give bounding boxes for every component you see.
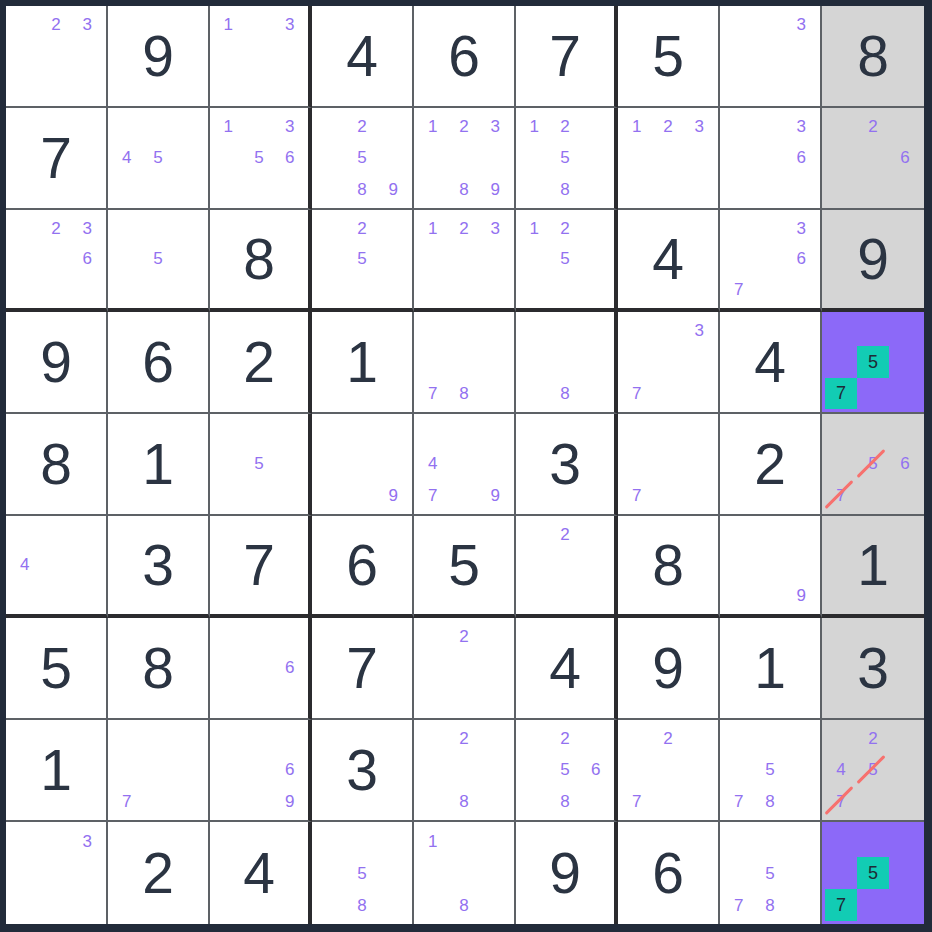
candidate-empty	[9, 580, 40, 611]
candidate-empty	[652, 346, 683, 377]
cell-r7c5[interactable]: 2	[414, 618, 516, 720]
candidate-empty	[889, 378, 921, 409]
candidate-grid: 3	[720, 6, 820, 106]
cell-r9c2[interactable]: 2	[108, 822, 210, 924]
candidate-empty	[417, 244, 448, 275]
cell-r2c8[interactable]: 36	[720, 108, 822, 210]
cell-value: 6	[618, 822, 718, 924]
candidate-grid: 123	[414, 210, 514, 308]
candidate-empty	[244, 40, 275, 71]
candidate-empty	[448, 142, 479, 173]
cell-value: 1	[108, 414, 208, 514]
candidate-empty	[448, 857, 479, 889]
cell-r6c8[interactable]: 9	[720, 516, 822, 618]
candidate-2: 2	[550, 213, 581, 244]
candidate-empty	[174, 786, 205, 817]
candidate-empty	[315, 825, 346, 857]
cell-r4c5[interactable]: 78	[414, 312, 516, 414]
candidate-6: 6	[274, 142, 305, 173]
candidate-grid: 23	[6, 6, 106, 106]
candidate-grid: 78	[414, 312, 514, 412]
candidate-7: 7	[825, 889, 857, 921]
candidate-empty	[621, 448, 652, 479]
candidate-2: 2	[346, 213, 377, 244]
cell-r2c9[interactable]: 26	[822, 108, 924, 210]
cell-r8c1[interactable]: 1	[6, 720, 108, 822]
candidate-empty	[652, 786, 683, 817]
candidate-7: 7	[417, 378, 448, 409]
candidate-grid: 57	[822, 312, 924, 412]
cell-r2c6[interactable]: 1258	[516, 108, 618, 210]
cell-value: 4	[618, 210, 718, 308]
candidate-1: 1	[213, 9, 244, 40]
candidate-2: 2	[857, 723, 889, 754]
cell-r3c5[interactable]: 123	[414, 210, 516, 312]
candidate-2: 2	[448, 213, 479, 244]
candidate-empty	[346, 274, 377, 305]
candidate-empty	[274, 174, 305, 205]
cell-value: 8	[210, 210, 308, 308]
cell-r7c6[interactable]: 4	[516, 618, 618, 720]
candidate-9: 9	[480, 480, 511, 511]
candidate-empty	[580, 142, 611, 173]
cell-r7c4[interactable]: 7	[312, 618, 414, 720]
candidate-empty	[786, 825, 817, 857]
candidate-empty	[244, 684, 275, 715]
candidate-empty	[889, 315, 921, 346]
candidate-empty	[142, 274, 173, 305]
candidate-9: 9	[274, 786, 305, 817]
cell-r9c3[interactable]: 4	[210, 822, 312, 924]
candidate-empty	[448, 417, 479, 448]
candidate-empty	[9, 72, 40, 103]
cell-r2c3[interactable]: 1356	[210, 108, 312, 210]
candidate-8: 8	[448, 889, 479, 921]
candidate-grid: 367	[720, 210, 820, 308]
candidate-8: 8	[448, 786, 479, 817]
candidate-empty	[378, 857, 409, 889]
cell-r8c8[interactable]: 578	[720, 720, 822, 822]
candidate-empty	[213, 786, 244, 817]
candidate-3: 3	[786, 9, 817, 40]
cell-r1c4[interactable]: 4	[312, 6, 414, 108]
candidate-empty	[417, 754, 448, 785]
cell-r1c3[interactable]: 13	[210, 6, 312, 108]
candidate-empty	[754, 213, 785, 244]
candidate-empty	[417, 417, 448, 448]
candidate-empty	[480, 825, 511, 857]
cell-r5c5[interactable]: 479	[414, 414, 516, 516]
cell-r3c3[interactable]: 8	[210, 210, 312, 312]
candidate-empty	[40, 274, 71, 305]
cell-r5c8[interactable]: 2	[720, 414, 822, 516]
candidate-grid: 123	[618, 108, 718, 208]
cell-r4c4[interactable]: 1	[312, 312, 414, 414]
candidate-empty	[111, 111, 142, 142]
candidate-empty	[857, 786, 889, 817]
candidate-empty	[448, 754, 479, 785]
cell-r7c8[interactable]: 1	[720, 618, 822, 720]
candidate-empty	[40, 550, 71, 581]
cell-r6c1[interactable]: 4	[6, 516, 108, 618]
candidate-empty	[274, 448, 305, 479]
candidate-empty	[174, 274, 205, 305]
candidate-empty	[72, 274, 103, 305]
candidate-empty	[786, 519, 817, 550]
candidate-empty	[519, 244, 550, 275]
cell-r9c9[interactable]: 57	[822, 822, 924, 924]
cell-r5c7[interactable]: 7	[618, 414, 720, 516]
candidate-empty	[417, 684, 448, 715]
cell-value: 8	[6, 414, 106, 514]
candidate-6: 6	[72, 244, 103, 275]
candidate-empty	[825, 723, 857, 754]
candidate-empty	[684, 754, 715, 785]
cell-value: 8	[618, 516, 718, 614]
candidate-empty	[825, 142, 857, 173]
cell-r8c3[interactable]: 69	[210, 720, 312, 822]
candidate-empty	[519, 580, 550, 611]
cell-r5c2[interactable]: 1	[108, 414, 210, 516]
candidate-empty	[580, 111, 611, 142]
cell-value: 9	[516, 822, 614, 924]
candidate-empty	[417, 174, 448, 205]
candidate-5: 5	[346, 857, 377, 889]
candidate-empty	[9, 274, 40, 305]
candidate-empty	[111, 213, 142, 244]
candidate-empty	[621, 754, 652, 785]
cell-value: 5	[618, 6, 718, 106]
cell-r7c7[interactable]: 9	[618, 618, 720, 720]
cell-r4c1[interactable]: 9	[6, 312, 108, 414]
candidate-empty	[754, 550, 785, 581]
cell-value: 4	[720, 312, 820, 412]
candidate-empty	[519, 174, 550, 205]
candidate-8: 8	[550, 174, 581, 205]
cell-value: 7	[6, 108, 106, 208]
candidate-empty	[723, 723, 754, 754]
candidate-empty	[315, 274, 346, 305]
candidate-empty	[174, 213, 205, 244]
candidate-grid: 3	[6, 822, 106, 924]
candidate-empty	[244, 723, 275, 754]
cell-r8c4[interactable]: 3	[312, 720, 414, 822]
candidate-empty	[754, 723, 785, 754]
candidate-empty	[889, 346, 921, 377]
cell-r4c6[interactable]: 8	[516, 312, 618, 414]
candidate-empty	[9, 213, 40, 244]
candidate-9: 9	[378, 174, 409, 205]
candidate-empty	[786, 889, 817, 921]
candidate-empty	[723, 580, 754, 611]
cell-r8c9[interactable]: 2457	[822, 720, 924, 822]
candidate-empty	[448, 346, 479, 377]
cell-r3c6[interactable]: 125	[516, 210, 618, 312]
candidate-empty	[519, 550, 550, 581]
cell-r1c2[interactable]: 9	[108, 6, 210, 108]
candidate-empty	[213, 621, 244, 652]
candidate-empty	[9, 889, 40, 921]
cell-r4c8[interactable]: 4	[720, 312, 822, 414]
candidate-empty	[111, 723, 142, 754]
cell-r3c8[interactable]: 367	[720, 210, 822, 312]
cell-value: 9	[108, 6, 208, 106]
candidate-6: 6	[889, 142, 921, 173]
candidate-2: 2	[40, 213, 71, 244]
candidate-empty	[519, 754, 550, 785]
candidate-empty	[315, 111, 346, 142]
cell-r9c4[interactable]: 58	[312, 822, 414, 924]
candidate-empty	[825, 417, 857, 448]
candidate-empty	[580, 315, 611, 346]
candidate-7: 7	[723, 786, 754, 817]
candidate-2: 2	[346, 111, 377, 142]
candidate-empty	[40, 580, 71, 611]
cell-r6c4[interactable]: 6	[312, 516, 414, 618]
candidate-empty	[40, 825, 71, 857]
candidate-2: 2	[652, 111, 683, 142]
candidate-empty	[244, 652, 275, 683]
candidate-3: 3	[72, 213, 103, 244]
candidate-empty	[72, 580, 103, 611]
candidate-empty	[754, 72, 785, 103]
cell-r5c9[interactable]: 567	[822, 414, 924, 516]
candidate-empty	[315, 889, 346, 921]
cell-r7c3[interactable]: 6	[210, 618, 312, 720]
cell-value: 3	[516, 414, 614, 514]
candidate-empty	[142, 723, 173, 754]
candidate-empty	[174, 174, 205, 205]
candidate-empty	[244, 621, 275, 652]
candidate-empty	[72, 519, 103, 550]
candidate-empty	[857, 889, 889, 921]
cell-r2c2[interactable]: 45	[108, 108, 210, 210]
cell-r4c7[interactable]: 37	[618, 312, 720, 414]
candidate-empty	[519, 786, 550, 817]
candidate-8: 8	[448, 174, 479, 205]
candidate-empty	[448, 315, 479, 346]
candidate-empty	[315, 417, 346, 448]
candidate-empty	[9, 857, 40, 889]
candidate-empty	[72, 550, 103, 581]
cell-r9c5[interactable]: 18	[414, 822, 516, 924]
cell-r4c2[interactable]: 6	[108, 312, 210, 414]
cell-r3c9[interactable]: 9	[822, 210, 924, 312]
cell-r7c2[interactable]: 8	[108, 618, 210, 720]
candidate-empty	[72, 72, 103, 103]
candidate-empty	[621, 723, 652, 754]
candidate-empty	[480, 448, 511, 479]
candidate-6: 6	[786, 244, 817, 275]
candidate-empty	[580, 519, 611, 550]
candidate-empty	[417, 652, 448, 683]
cell-r9c6[interactable]: 9	[516, 822, 618, 924]
candidate-empty	[480, 684, 511, 715]
cell-r2c5[interactable]: 12389	[414, 108, 516, 210]
candidate-empty	[889, 111, 921, 142]
candidate-3: 3	[72, 9, 103, 40]
candidate-grid: 578	[720, 720, 820, 820]
cell-r6c6[interactable]: 2	[516, 516, 618, 618]
candidate-empty	[857, 378, 889, 409]
candidate-grid: 7	[618, 414, 718, 514]
candidate-empty	[519, 346, 550, 377]
candidate-6: 6	[786, 142, 817, 173]
cell-r1c7[interactable]: 5	[618, 6, 720, 108]
candidate-empty	[274, 480, 305, 511]
candidate-empty	[754, 244, 785, 275]
candidate-empty	[174, 111, 205, 142]
candidate-empty	[274, 723, 305, 754]
candidate-empty	[448, 480, 479, 511]
cell-r6c7[interactable]: 8	[618, 516, 720, 618]
candidate-empty	[889, 723, 921, 754]
candidate-empty	[142, 786, 173, 817]
cell-r2c1[interactable]: 7	[6, 108, 108, 210]
candidate-empty	[244, 417, 275, 448]
candidate-grid: 5	[210, 414, 308, 514]
candidate-empty	[480, 652, 511, 683]
candidate-empty	[480, 378, 511, 409]
candidate-empty	[786, 723, 817, 754]
candidate-empty	[244, 9, 275, 40]
cell-r6c2[interactable]: 3	[108, 516, 210, 618]
candidate-empty	[480, 142, 511, 173]
candidate-empty	[519, 519, 550, 550]
candidate-1: 1	[519, 111, 550, 142]
candidate-empty	[274, 40, 305, 71]
candidate-empty	[480, 857, 511, 889]
candidate-empty	[652, 174, 683, 205]
candidate-1: 1	[417, 111, 448, 142]
cell-value: 1	[720, 618, 820, 718]
cell-r2c7[interactable]: 123	[618, 108, 720, 210]
candidate-empty	[580, 723, 611, 754]
cell-r8c6[interactable]: 2568	[516, 720, 618, 822]
cell-r1c1[interactable]: 23	[6, 6, 108, 108]
cell-r8c5[interactable]: 28	[414, 720, 516, 822]
candidate-empty	[857, 825, 889, 857]
cell-r5c4[interactable]: 9	[312, 414, 414, 516]
candidate-7: 7	[621, 786, 652, 817]
candidate-5: 5	[550, 244, 581, 275]
cell-r5c1[interactable]: 8	[6, 414, 108, 516]
cell-value: 3	[108, 516, 208, 614]
cell-r1c9[interactable]: 8	[822, 6, 924, 108]
candidate-grid: 2457	[822, 720, 924, 820]
candidate-empty	[480, 274, 511, 305]
cell-r6c3[interactable]: 7	[210, 516, 312, 618]
cell-value: 4	[312, 6, 412, 106]
candidate-empty	[346, 417, 377, 448]
cell-r3c4[interactable]: 25	[312, 210, 414, 312]
cell-r2c4[interactable]: 2589	[312, 108, 414, 210]
candidate-grid: 7	[108, 720, 208, 820]
candidate-7: 7	[723, 274, 754, 305]
candidate-empty	[315, 448, 346, 479]
candidate-7: 7	[723, 889, 754, 921]
candidate-empty	[378, 417, 409, 448]
candidate-empty	[580, 346, 611, 377]
candidate-7: 7	[111, 786, 142, 817]
cell-r8c7[interactable]: 27	[618, 720, 720, 822]
candidate-grid: 567	[822, 414, 924, 514]
candidate-empty	[480, 244, 511, 275]
cell-value: 3	[822, 618, 924, 718]
candidate-empty	[723, 142, 754, 173]
candidate-empty	[213, 448, 244, 479]
candidate-empty	[174, 723, 205, 754]
cell-r3c1[interactable]: 236	[6, 210, 108, 312]
candidate-1: 1	[213, 111, 244, 142]
cell-r5c3[interactable]: 5	[210, 414, 312, 516]
candidate-empty	[684, 174, 715, 205]
candidate-grid: 2	[516, 516, 614, 614]
candidate-grid: 578	[720, 822, 820, 924]
candidate-empty	[378, 274, 409, 305]
candidate-empty	[174, 142, 205, 173]
candidate-empty	[723, 213, 754, 244]
cell-r6c9[interactable]: 1	[822, 516, 924, 618]
candidate-empty	[652, 448, 683, 479]
candidate-empty	[889, 825, 921, 857]
candidate-4: 4	[9, 550, 40, 581]
cell-value: 2	[720, 414, 820, 514]
cell-r1c5[interactable]: 6	[414, 6, 516, 108]
cell-r3c7[interactable]: 4	[618, 210, 720, 312]
cell-r9c1[interactable]: 3	[6, 822, 108, 924]
cell-r7c9[interactable]: 3	[822, 618, 924, 720]
candidate-3: 3	[480, 111, 511, 142]
candidate-empty	[244, 480, 275, 511]
candidate-empty	[754, 174, 785, 205]
candidate-7: 7	[417, 480, 448, 511]
candidate-grid: 45	[108, 108, 208, 208]
cell-r9c8[interactable]: 578	[720, 822, 822, 924]
candidate-5: 5	[244, 142, 275, 173]
candidate-2: 2	[550, 111, 581, 142]
cell-r5c6[interactable]: 3	[516, 414, 618, 516]
candidate-empty	[315, 174, 346, 205]
candidate-6: 6	[274, 652, 305, 683]
candidate-grid: 2589	[312, 108, 412, 208]
candidate-empty	[754, 142, 785, 173]
candidate-grid: 8	[516, 312, 614, 412]
candidate-empty	[244, 786, 275, 817]
candidate-empty	[580, 213, 611, 244]
cell-r7c1[interactable]: 5	[6, 618, 108, 720]
cell-r9c7[interactable]: 6	[618, 822, 720, 924]
cell-r8c2[interactable]: 7	[108, 720, 210, 822]
candidate-empty	[652, 315, 683, 346]
candidate-empty	[72, 857, 103, 889]
cell-r3c2[interactable]: 5	[108, 210, 210, 312]
candidate-empty	[274, 417, 305, 448]
cell-r4c9[interactable]: 57	[822, 312, 924, 414]
candidate-grid: 125	[516, 210, 614, 308]
candidate-1: 1	[519, 213, 550, 244]
cell-value: 4	[210, 822, 308, 924]
cell-r1c8[interactable]: 3	[720, 6, 822, 108]
candidate-2: 2	[857, 111, 889, 142]
cell-r4c3[interactable]: 2	[210, 312, 312, 414]
candidate-grid: 13	[210, 6, 308, 106]
candidate-empty	[684, 417, 715, 448]
candidate-empty	[723, 244, 754, 275]
cell-r6c5[interactable]: 5	[414, 516, 516, 618]
cell-r1c6[interactable]: 7	[516, 6, 618, 108]
candidate-empty	[825, 174, 857, 205]
